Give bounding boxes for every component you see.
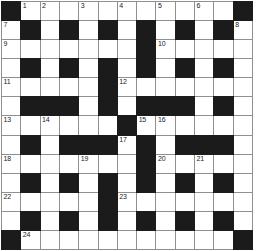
crossword-cell-r10-c7[interactable]: [118, 174, 136, 192]
crossword-cell-r3-c2[interactable]: [21, 40, 39, 58]
blocked-cell-r12-c6: [99, 212, 117, 230]
crossword-cell-r3-c10[interactable]: [176, 40, 194, 58]
crossword-cell-r11-c4[interactable]: [60, 193, 78, 211]
crossword-cell-r12-c1[interactable]: [2, 212, 20, 230]
crossword-cell-r11-c12[interactable]: [214, 193, 232, 211]
blocked-cell-r6-c2: [21, 97, 39, 115]
clue-number-24: 24: [23, 231, 30, 239]
crossword-cell-r7-c13[interactable]: [234, 116, 252, 134]
crossword-cell-r8-c3[interactable]: [41, 136, 59, 154]
crossword-cell-r13-c4[interactable]: [60, 231, 78, 249]
crossword-cell-r12-c7[interactable]: [118, 212, 136, 230]
crossword-cell-r12-c5[interactable]: [79, 212, 97, 230]
blocked-cell-r13-c1: [2, 231, 20, 249]
clue-number-16: 16: [158, 116, 165, 124]
blocked-cell-r12-c4: [60, 212, 78, 230]
crossword-cell-r9-c2[interactable]: [21, 155, 39, 173]
crossword-cell-r9-c11[interactable]: 21: [195, 155, 213, 173]
clue-number-17: 17: [119, 136, 126, 144]
blocked-cell-r10-c10: [176, 174, 194, 192]
clue-number-23: 23: [119, 193, 126, 201]
clue-number-13: 13: [4, 116, 11, 124]
crossword-cell-r2-c7[interactable]: [118, 21, 136, 39]
blocked-cell-r4-c2: [21, 59, 39, 77]
crossword-cell-r1-c10[interactable]: [176, 2, 194, 20]
clue-number-1: 1: [23, 2, 27, 10]
crossword-cell-r3-c6[interactable]: [99, 40, 117, 58]
blocked-cell-r8-c6: [99, 136, 117, 154]
blocked-cell-r10-c8: [137, 174, 155, 192]
clue-number-10: 10: [158, 40, 165, 48]
crossword-cell-r11-c10[interactable]: [176, 193, 194, 211]
blocked-cell-r2-c12: [214, 21, 232, 39]
blocked-cell-r5-c6: [99, 78, 117, 96]
crossword-cell-r3-c9[interactable]: 10: [156, 40, 174, 58]
crossword-cell-r6-c13[interactable]: [234, 97, 252, 115]
crossword-cell-r4-c9[interactable]: [156, 59, 174, 77]
clue-number-9: 9: [4, 40, 8, 48]
crossword-cell-r9-c7[interactable]: [118, 155, 136, 173]
crossword-cell-r13-c12[interactable]: [214, 231, 232, 249]
crossword-cell-r2-c1[interactable]: 7: [2, 21, 20, 39]
crossword-cell-r10-c9[interactable]: [156, 174, 174, 192]
crossword-cell-r9-c3[interactable]: [41, 155, 59, 173]
crossword-cell-r12-c3[interactable]: [41, 212, 59, 230]
crossword-cell-r11-c5[interactable]: [79, 193, 97, 211]
crossword-cell-r13-c5[interactable]: [79, 231, 97, 249]
crossword-cell-r5-c9[interactable]: [156, 78, 174, 96]
crossword-cell-r4-c13[interactable]: [234, 59, 252, 77]
crossword-cell-r9-c9[interactable]: 20: [156, 155, 174, 173]
blocked-cell-r8-c2: [21, 136, 39, 154]
blocked-cell-r2-c4: [60, 21, 78, 39]
blocked-cell-r8-c10: [176, 136, 194, 154]
crossword-cell-r10-c3[interactable]: [41, 174, 59, 192]
crossword-cell-r1-c2[interactable]: 1: [21, 2, 39, 20]
clue-number-21: 21: [197, 155, 204, 163]
crossword-cell-r8-c13[interactable]: [234, 136, 252, 154]
blocked-cell-r6-c10: [176, 97, 194, 115]
blocked-cell-r8-c5: [79, 136, 97, 154]
crossword-cell-r7-c8[interactable]: 15: [137, 116, 155, 134]
clue-number-22: 22: [4, 193, 11, 201]
blocked-cell-r9-c8: [137, 155, 155, 173]
crossword-cell-r11-c9[interactable]: [156, 193, 174, 211]
crossword-cell-r11-c1[interactable]: 22: [2, 193, 20, 211]
blocked-cell-r11-c6: [99, 193, 117, 211]
crossword-cell-r4-c11[interactable]: [195, 59, 213, 77]
crossword-cell-r11-c2[interactable]: [21, 193, 39, 211]
clue-number-20: 20: [158, 155, 165, 163]
crossword-cell-r8-c7[interactable]: 17: [118, 136, 136, 154]
blocked-cell-r4-c8: [137, 59, 155, 77]
crossword-cell-r2-c13[interactable]: 8: [234, 21, 252, 39]
blocked-cell-r6-c3: [41, 97, 59, 115]
crossword-cell-r9-c5[interactable]: 19: [79, 155, 97, 173]
crossword-cell-r7-c12[interactable]: [214, 116, 232, 134]
crossword-cell-r6-c5[interactable]: [79, 97, 97, 115]
clue-number-4: 4: [119, 2, 123, 10]
blocked-cell-r8-c11: [195, 136, 213, 154]
blocked-cell-r8-c8: [137, 136, 155, 154]
crossword-cell-r5-c3[interactable]: [41, 78, 59, 96]
blocked-cell-r10-c2: [21, 174, 39, 192]
crossword-cell-r10-c11[interactable]: [195, 174, 213, 192]
clue-number-7: 7: [4, 21, 8, 29]
crossword-cell-r11-c3[interactable]: [41, 193, 59, 211]
crossword-cell-r1-c3[interactable]: 2: [41, 2, 59, 20]
clue-number-14: 14: [42, 116, 49, 124]
crossword-cell-r7-c1[interactable]: 13: [2, 116, 20, 134]
crossword-cell-r3-c12[interactable]: [214, 40, 232, 58]
crossword-cell-r7-c9[interactable]: 16: [156, 116, 174, 134]
crossword-cell-r4-c5[interactable]: [79, 59, 97, 77]
crossword-cell-r2-c5[interactable]: [79, 21, 97, 39]
blocked-cell-r12-c8: [137, 212, 155, 230]
crossword-cell-r9-c12[interactable]: [214, 155, 232, 173]
crossword-cell-r6-c11[interactable]: [195, 97, 213, 115]
crossword-cell-r9-c13[interactable]: [234, 155, 252, 173]
blocked-cell-r2-c10: [176, 21, 194, 39]
crossword-cell-r5-c8[interactable]: [137, 78, 155, 96]
blocked-cell-r4-c10: [176, 59, 194, 77]
clue-number-15: 15: [139, 116, 146, 124]
crossword-cell-r5-c1[interactable]: 11: [2, 78, 20, 96]
blocked-cell-r2-c8: [137, 21, 155, 39]
crossword-cell-r1-c6[interactable]: [99, 2, 117, 20]
crossword-cell-r7-c11[interactable]: [195, 116, 213, 134]
crossword-cell-r1-c5[interactable]: 3: [79, 2, 97, 20]
blocked-cell-r4-c12: [214, 59, 232, 77]
crossword-cell-r1-c12[interactable]: [214, 2, 232, 20]
blocked-cell-r10-c6: [99, 174, 117, 192]
clue-number-18: 18: [4, 155, 11, 163]
crossword-cell-r4-c3[interactable]: [41, 59, 59, 77]
crossword-cell-r3-c1[interactable]: 9: [2, 40, 20, 58]
blocked-cell-r8-c12: [214, 136, 232, 154]
crossword-cell-r12-c11[interactable]: [195, 212, 213, 230]
crossword-cell-r13-c7[interactable]: [118, 231, 136, 249]
blocked-cell-r4-c4: [60, 59, 78, 77]
crossword-cell-r3-c11[interactable]: [195, 40, 213, 58]
clue-number-12: 12: [119, 78, 126, 86]
crossword-cell-r9-c1[interactable]: 18: [2, 155, 20, 173]
blocked-cell-r2-c2: [21, 21, 39, 39]
crossword-cell-r9-c4[interactable]: [60, 155, 78, 173]
clue-number-8: 8: [235, 21, 239, 29]
clue-number-5: 5: [158, 2, 162, 10]
crossword-cell-r3-c5[interactable]: [79, 40, 97, 58]
crossword-cell-r13-c8[interactable]: [137, 231, 155, 249]
crossword-cell-r1-c9[interactable]: 5: [156, 2, 174, 20]
clue-number-6: 6: [197, 2, 201, 10]
blocked-cell-r3-c8: [137, 40, 155, 58]
blocked-cell-r7-c7: [118, 116, 136, 134]
crossword-cell-r6-c1[interactable]: [2, 97, 20, 115]
crossword-cell-r1-c4[interactable]: [60, 2, 78, 20]
crossword-cell-r5-c7[interactable]: 12: [118, 78, 136, 96]
crossword-cell-r13-c6[interactable]: [99, 231, 117, 249]
crossword-cell-r10-c13[interactable]: [234, 174, 252, 192]
crossword-cell-r11-c11[interactable]: [195, 193, 213, 211]
crossword-cell-r9-c10[interactable]: [176, 155, 194, 173]
crossword-cell-r4-c1[interactable]: [2, 59, 20, 77]
crossword-cell-r13-c2[interactable]: 24: [21, 231, 39, 249]
crossword-cell-r3-c3[interactable]: [41, 40, 59, 58]
crossword-cell-r7-c2[interactable]: [21, 116, 39, 134]
crossword-cell-r7-c6[interactable]: [99, 116, 117, 134]
crossword-cell-r3-c7[interactable]: [118, 40, 136, 58]
crossword-cell-r5-c11[interactable]: [195, 78, 213, 96]
crossword-cell-r7-c4[interactable]: [60, 116, 78, 134]
crossword-cell-r6-c7[interactable]: [118, 97, 136, 115]
crossword-cell-r4-c7[interactable]: [118, 59, 136, 77]
crossword-cell-r9-c6[interactable]: [99, 155, 117, 173]
clue-number-3: 3: [81, 2, 85, 10]
blocked-cell-r6-c8: [137, 97, 155, 115]
crossword-cell-r7-c5[interactable]: [79, 116, 97, 134]
blocked-cell-r12-c2: [21, 212, 39, 230]
clue-number-11: 11: [4, 78, 11, 86]
blocked-cell-r6-c9: [156, 97, 174, 115]
crossword-cell-r11-c8[interactable]: [137, 193, 155, 211]
crossword-cell-r13-c3[interactable]: [41, 231, 59, 249]
clue-number-19: 19: [81, 155, 88, 163]
crossword-cell-r5-c10[interactable]: [176, 78, 194, 96]
crossword-cell-r13-c9[interactable]: [156, 231, 174, 249]
blocked-cell-r13-c13: [234, 231, 252, 249]
crossword-grid: 123456789101112131415161718192021222324: [1, 1, 253, 250]
blocked-cell-r6-c6: [99, 97, 117, 115]
crossword-cell-r5-c4[interactable]: [60, 78, 78, 96]
crossword-cell-r7-c3[interactable]: 14: [41, 116, 59, 134]
crossword-cell-r11-c13[interactable]: [234, 193, 252, 211]
crossword-cell-r1-c11[interactable]: 6: [195, 2, 213, 20]
crossword-cell-r1-c8[interactable]: [137, 2, 155, 20]
crossword-cell-r13-c11[interactable]: [195, 231, 213, 249]
crossword-cell-r10-c1[interactable]: [2, 174, 20, 192]
crossword-cell-r5-c13[interactable]: [234, 78, 252, 96]
blocked-cell-r6-c12: [214, 97, 232, 115]
clue-number-2: 2: [42, 2, 46, 10]
crossword-cell-r7-c10[interactable]: [176, 116, 194, 134]
crossword-cell-r10-c5[interactable]: [79, 174, 97, 192]
blocked-cell-r8-c4: [60, 136, 78, 154]
blocked-cell-r2-c6: [99, 21, 117, 39]
crossword-cell-r2-c9[interactable]: [156, 21, 174, 39]
crossword-cell-r5-c2[interactable]: [21, 78, 39, 96]
crossword-cell-r8-c9[interactable]: [156, 136, 174, 154]
crossword-cell-r11-c7[interactable]: 23: [118, 193, 136, 211]
blocked-cell-r10-c12: [214, 174, 232, 192]
blocked-cell-r12-c10: [176, 212, 194, 230]
blocked-cell-r12-c12: [214, 212, 232, 230]
crossword-cell-r8-c1[interactable]: [2, 136, 20, 154]
crossword-cell-r2-c3[interactable]: [41, 21, 59, 39]
crossword-cell-r3-c13[interactable]: [234, 40, 252, 58]
crossword-cell-r5-c12[interactable]: [214, 78, 232, 96]
crossword-cell-r12-c13[interactable]: [234, 212, 252, 230]
blocked-cell-r1-c1: [2, 2, 20, 20]
crossword-cell-r1-c7[interactable]: 4: [118, 2, 136, 20]
blocked-cell-r6-c4: [60, 97, 78, 115]
crossword-cell-r13-c10[interactable]: [176, 231, 194, 249]
crossword-cell-r2-c11[interactable]: [195, 21, 213, 39]
crossword-cell-r3-c4[interactable]: [60, 40, 78, 58]
blocked-cell-r1-c13: [234, 2, 252, 20]
blocked-cell-r4-c6: [99, 59, 117, 77]
crossword-cell-r5-c5[interactable]: [79, 78, 97, 96]
crossword-cell-r12-c9[interactable]: [156, 212, 174, 230]
blocked-cell-r10-c4: [60, 174, 78, 192]
